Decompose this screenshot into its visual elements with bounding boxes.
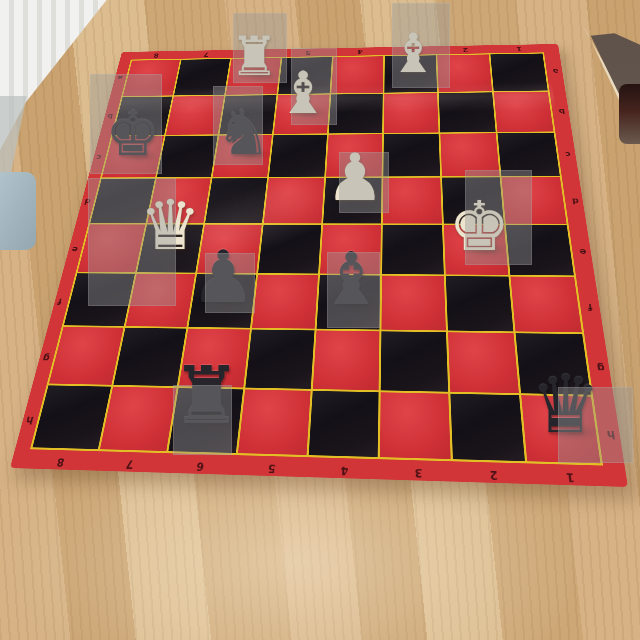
- square-h8: [33, 385, 111, 449]
- square-f3: [382, 276, 446, 331]
- square-g1: [516, 333, 591, 394]
- square-f1: [511, 277, 582, 333]
- black-queen-h1-bbox: [558, 387, 633, 463]
- white-king-e2-bbox: [465, 170, 532, 265]
- square-c3: [384, 134, 441, 177]
- right-file-label-a: a: [552, 68, 559, 74]
- square-h4: [308, 391, 378, 457]
- square-g7: [113, 328, 186, 386]
- black-bishop-f4-bbox: [327, 252, 380, 328]
- black-rook-h6-bbox: [173, 385, 232, 455]
- left-file-label-f: f: [57, 297, 63, 305]
- bottom-rank-label-3: 3: [414, 467, 422, 478]
- right-file-label-g: g: [596, 363, 605, 373]
- right-file-label-c: c: [565, 151, 571, 158]
- square-h3: [380, 392, 451, 459]
- right-file-label-d: d: [572, 197, 580, 204]
- square-h2: [451, 394, 525, 461]
- square-g3: [381, 331, 448, 391]
- top-rank-label-1: 1: [516, 46, 522, 52]
- square-h7: [100, 387, 177, 451]
- square-c5: [269, 135, 327, 177]
- square-b3: [384, 93, 439, 133]
- top-rank-label-8: 8: [153, 52, 159, 57]
- black-knight-c6-bbox: [213, 86, 263, 165]
- bottom-rank-label-2: 2: [489, 469, 498, 480]
- chair: [619, 84, 640, 144]
- white-pawn-d4-bbox: [339, 152, 389, 213]
- square-d3: [383, 177, 442, 223]
- square-g2: [448, 332, 519, 393]
- right-file-label-e: e: [579, 248, 587, 256]
- right-file-label-b: b: [558, 108, 565, 114]
- white-rook-a6-bbox: [233, 13, 287, 83]
- white-bishop-a3-bbox: [392, 3, 450, 88]
- bottom-rank-label-6: 6: [196, 460, 205, 471]
- bottom-rank-label-7: 7: [125, 458, 134, 469]
- square-d5: [264, 178, 324, 223]
- left-file-label-g: g: [42, 353, 51, 362]
- top-rank-label-7: 7: [203, 51, 209, 56]
- right-file-label-f: f: [587, 302, 593, 311]
- blue-object: [0, 172, 36, 250]
- square-a1: [490, 54, 547, 92]
- top-rank-label-2: 2: [462, 47, 468, 53]
- square-b1: [494, 92, 554, 132]
- square-e5: [258, 224, 321, 273]
- square-c7: [157, 136, 218, 178]
- bottom-rank-label-8: 8: [56, 456, 66, 467]
- square-g6: [179, 329, 250, 388]
- square-d6: [205, 178, 267, 223]
- square-h5: [238, 390, 311, 455]
- square-g8: [49, 327, 123, 385]
- black-pawn-f6-bbox: [205, 253, 255, 313]
- white-queen-e7-bbox: [88, 178, 176, 306]
- square-e3: [382, 225, 444, 275]
- left-file-label-h: h: [25, 415, 35, 425]
- square-g5: [245, 330, 314, 389]
- bottom-rank-label-4: 4: [340, 464, 348, 475]
- square-a4: [331, 56, 383, 93]
- photo-stage: 88aa77bb66cc55dd44ee33ff22gg11hh ♜♝♝♚♞♟♛…: [0, 0, 640, 640]
- square-g4: [312, 331, 379, 391]
- square-f5: [252, 275, 318, 329]
- square-b2: [439, 92, 496, 132]
- top-rank-label-4: 4: [357, 49, 363, 55]
- white-bishop-b5-bbox: [291, 48, 337, 125]
- bottom-rank-label-5: 5: [268, 462, 276, 473]
- bottom-rank-label-1: 1: [565, 471, 574, 482]
- square-f2: [446, 276, 513, 331]
- left-file-label-e: e: [71, 245, 79, 253]
- black-king-c8-bbox: [90, 74, 162, 174]
